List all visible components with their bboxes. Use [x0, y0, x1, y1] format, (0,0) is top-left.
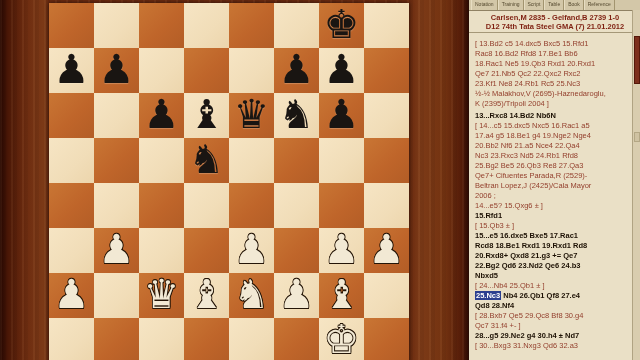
square-g8[interactable]: ♚: [319, 3, 364, 48]
square-e3[interactable]: ♟: [229, 228, 274, 273]
square-g1[interactable]: ♚: [319, 318, 364, 360]
piece-black-bishop[interactable]: ♝: [189, 92, 225, 137]
square-b5[interactable]: [94, 138, 139, 183]
variation-moves[interactable]: ½-½ Malakhov,V (2695)-Haznedaroglu,: [475, 89, 631, 99]
square-c8[interactable]: [139, 3, 184, 48]
variation-moves[interactable]: Qe7 21.Nb5 Qc2 22.Qxc2 Rxc2: [475, 69, 631, 79]
piece-white-king[interactable]: ♚: [324, 317, 360, 360]
variation-moves[interactable]: Qe7+ Cifuentes Parada,R (2529)-: [475, 171, 631, 181]
square-d2[interactable]: ♝: [184, 273, 229, 318]
variation-moves[interactable]: Qc7 31.f4 +- ]: [475, 321, 631, 331]
square-d6[interactable]: ♝: [184, 93, 229, 138]
square-g4[interactable]: [319, 183, 364, 228]
square-c6[interactable]: ♟: [139, 93, 184, 138]
piece-black-pawn[interactable]: ♟: [324, 92, 360, 137]
square-h6[interactable]: [364, 93, 409, 138]
square-b6[interactable]: [94, 93, 139, 138]
mainline-moves[interactable]: 13...Rxc8 14.Bd2 Nb6N: [475, 111, 631, 121]
square-c3[interactable]: [139, 228, 184, 273]
square-a7[interactable]: ♟: [49, 48, 94, 93]
square-a1[interactable]: [49, 318, 94, 360]
square-a3[interactable]: [49, 228, 94, 273]
square-d1[interactable]: [184, 318, 229, 360]
game-header-event: D12 74th Tata Steel GMA (7) 21.01.2012: [472, 22, 638, 31]
square-c5[interactable]: [139, 138, 184, 183]
square-e1[interactable]: [229, 318, 274, 360]
square-e8[interactable]: [229, 3, 274, 48]
square-a4[interactable]: [49, 183, 94, 228]
square-d7[interactable]: [184, 48, 229, 93]
square-d8[interactable]: [184, 3, 229, 48]
square-e7[interactable]: [229, 48, 274, 93]
square-h1[interactable]: [364, 318, 409, 360]
square-c1[interactable]: [139, 318, 184, 360]
piece-white-pawn[interactable]: ♟: [279, 272, 315, 317]
piece-black-knight[interactable]: ♞: [279, 92, 315, 137]
square-e2[interactable]: ♞: [229, 273, 274, 318]
square-f6[interactable]: ♞: [274, 93, 319, 138]
square-a2[interactable]: ♟: [49, 273, 94, 318]
piece-white-pawn[interactable]: ♟: [324, 227, 360, 272]
square-f5[interactable]: [274, 138, 319, 183]
notation-panel: NotationTrainingScriptTableBookReference…: [468, 0, 640, 360]
square-b1[interactable]: [94, 318, 139, 360]
square-b8[interactable]: [94, 3, 139, 48]
scrollbar-mark: [634, 132, 640, 142]
tab-table[interactable]: Table: [544, 0, 564, 10]
variation-moves[interactable]: K (2395)/Tripoli 2004 ]: [475, 99, 631, 109]
piece-black-pawn[interactable]: ♟: [54, 47, 90, 92]
square-a6[interactable]: [49, 93, 94, 138]
square-g6[interactable]: ♟: [319, 93, 364, 138]
square-f2[interactable]: ♟: [274, 273, 319, 318]
square-h4[interactable]: [364, 183, 409, 228]
mainline-moves[interactable]: Qd8 28.Nf4: [475, 301, 631, 311]
variation-moves[interactable]: 18.Rac1 Ne5 19.Qb3 Rxd1 20.Rxd1: [475, 59, 631, 69]
variation-moves[interactable]: 17.a4 g5 18.Be1 g4 19.Nge2 Nge4: [475, 131, 631, 141]
variation-moves[interactable]: 14...e5? 15.Qxg6 ± ]: [475, 201, 631, 211]
tab-training[interactable]: Training: [498, 0, 524, 10]
square-f3[interactable]: [274, 228, 319, 273]
square-h5[interactable]: [364, 138, 409, 183]
square-g3[interactable]: ♟: [319, 228, 364, 273]
piece-black-pawn[interactable]: ♟: [99, 47, 135, 92]
square-f8[interactable]: [274, 3, 319, 48]
square-g5[interactable]: [319, 138, 364, 183]
piece-black-pawn[interactable]: ♟: [324, 47, 360, 92]
mainline-moves[interactable]: 20.Rxd8+ Qxd8 21.g3 += Qe7: [475, 251, 631, 261]
square-a5[interactable]: [49, 138, 94, 183]
tab-script[interactable]: Script: [524, 0, 545, 10]
square-c7[interactable]: [139, 48, 184, 93]
mainline-moves[interactable]: 25.Nc3 Nb4 26.Qb1 Qf8 27.e4: [475, 291, 631, 301]
variation-moves[interactable]: [ 14...c5 15.dxc5 Nxc5 16.Rac1 a5: [475, 121, 631, 131]
square-g7[interactable]: ♟: [319, 48, 364, 93]
variation-moves[interactable]: [ 28.Bxb7 Qe5 29.Qc8 Bf8 30.g4: [475, 311, 631, 321]
square-e6[interactable]: ♛: [229, 93, 274, 138]
variation-moves[interactable]: [ 30...Bxg3 31.Nxg3 Qd6 32.a3: [475, 341, 631, 351]
square-d5[interactable]: ♞: [184, 138, 229, 183]
square-c4[interactable]: [139, 183, 184, 228]
square-h3[interactable]: ♟: [364, 228, 409, 273]
square-g2[interactable]: ♝: [319, 273, 364, 318]
variation-moves[interactable]: 2006 ;: [475, 191, 631, 201]
piece-black-knight[interactable]: ♞: [189, 137, 225, 182]
scrollbar-thumb[interactable]: [634, 36, 640, 84]
current-move-highlight[interactable]: 25.Nc3: [475, 291, 501, 300]
piece-black-queen[interactable]: ♛: [234, 92, 270, 137]
tab-reference[interactable]: Reference: [584, 0, 615, 10]
piece-white-bishop[interactable]: ♝: [189, 272, 225, 317]
tab-notation[interactable]: Notation: [471, 0, 498, 10]
piece-white-queen[interactable]: ♛: [144, 272, 180, 317]
square-h7[interactable]: [364, 48, 409, 93]
square-b3[interactable]: ♟: [94, 228, 139, 273]
square-e5[interactable]: [229, 138, 274, 183]
mainline-moves[interactable]: 15.Rfd1: [475, 211, 631, 221]
mainline-moves[interactable]: Nbxd5: [475, 271, 631, 281]
square-b4[interactable]: [94, 183, 139, 228]
variation-moves[interactable]: [ 24...Nb4 25.Qb1 ± ]: [475, 281, 631, 291]
chessbase-window: ♚♟♟♟♟♟♝♛♞♟♞♟♟♟♟♟♛♝♞♟♝♚ NotationTrainingS…: [0, 0, 640, 360]
mainline-moves[interactable]: 15...e5 16.dxe5 Bxe5 17.Rac1: [475, 231, 631, 241]
piece-black-king[interactable]: ♚: [324, 2, 360, 47]
mainline-moves[interactable]: 22.Bg2 Qd6 23.Nd2 Qe6 24.b3: [475, 261, 631, 271]
mainline-moves[interactable]: Rcd8 18.Be1 Rxd1 19.Rxd1 Rd8: [475, 241, 631, 251]
piece-white-pawn[interactable]: ♟: [54, 272, 90, 317]
square-b7[interactable]: ♟: [94, 48, 139, 93]
variation-moves[interactable]: 25.Bg2 Be5 26.Qb3 Re8 27.Qa3: [475, 161, 631, 171]
piece-white-pawn[interactable]: ♟: [234, 227, 270, 272]
square-c2[interactable]: ♛: [139, 273, 184, 318]
square-f1[interactable]: [274, 318, 319, 360]
piece-black-pawn[interactable]: ♟: [279, 47, 315, 92]
piece-black-pawn[interactable]: ♟: [144, 92, 180, 137]
tab-book[interactable]: Book: [564, 0, 583, 10]
piece-white-pawn[interactable]: ♟: [99, 227, 135, 272]
mainline-moves[interactable]: 28...g5 29.Ne2 g4 30.h4 ± Nd7: [475, 331, 631, 341]
chess-board[interactable]: ♚♟♟♟♟♟♝♛♞♟♞♟♟♟♟♟♛♝♞♟♝♚: [49, 3, 409, 360]
square-h8[interactable]: [364, 3, 409, 48]
notation-movelist[interactable]: [ 13.Bd2 c5 14.dxc5 Bxc5 15.Rfd1Rac8 16.…: [471, 36, 631, 360]
square-f7[interactable]: ♟: [274, 48, 319, 93]
notation-scrollbar[interactable]: [632, 10, 640, 360]
notation-tabbar: NotationTrainingScriptTableBookReference: [469, 0, 640, 11]
square-h2[interactable]: [364, 273, 409, 318]
square-f4[interactable]: [274, 183, 319, 228]
variation-moves[interactable]: 23.Kf1 Ne8 24.Rb1 Rc5 25.Nc3: [475, 79, 631, 89]
variation-moves[interactable]: Beltran Lopez,J (2425)/Cala Mayor: [475, 181, 631, 191]
variation-moves[interactable]: 20.Bb2 Nf6 21.a5 Nce4 22.Qa4: [475, 141, 631, 151]
game-header: Carlsen,M 2835 - Gelfand,B 2739 1-0 D12 …: [469, 11, 640, 33]
variation-moves[interactable]: Rac8 16.Bd2 Rfd8 17.Be1 Bb6: [475, 49, 631, 59]
square-e4[interactable]: [229, 183, 274, 228]
square-a8[interactable]: [49, 3, 94, 48]
variation-moves[interactable]: Nc3 23.Rxc3 Nd5 24.Rb1 Rfd8: [475, 151, 631, 161]
piece-white-bishop[interactable]: ♝: [324, 272, 360, 317]
square-d3[interactable]: [184, 228, 229, 273]
board-frame: ♚♟♟♟♟♟♝♛♞♟♞♟♟♟♟♟♛♝♞♟♝♚: [0, 0, 468, 360]
square-b2[interactable]: [94, 273, 139, 318]
piece-white-pawn[interactable]: ♟: [369, 227, 405, 272]
variation-moves[interactable]: [ 13.Bd2 c5 14.dxc5 Bxc5 15.Rfd1: [475, 39, 631, 49]
variation-moves[interactable]: [ 15.Qb3 ± ]: [475, 221, 631, 231]
game-header-players: Carlsen,M 2835 - Gelfand,B 2739 1-0: [472, 13, 638, 22]
piece-white-knight[interactable]: ♞: [234, 272, 270, 317]
square-d4[interactable]: [184, 183, 229, 228]
